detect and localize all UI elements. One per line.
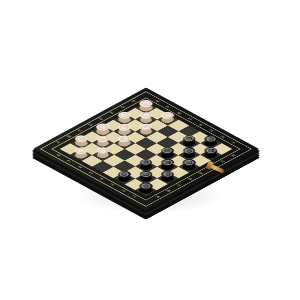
rank-label-left: 1 — [126, 192, 142, 201]
latch-arm — [210, 164, 224, 173]
rank-label-left: 6 — [72, 163, 88, 172]
file-label-bottom: C — [172, 181, 188, 190]
rank-label-left: 4 — [94, 175, 110, 184]
black-piece-top: ⛂ — [202, 134, 220, 144]
square-a1[interactable]: ⛂ — [135, 184, 157, 196]
rank-label-left: 3 — [105, 180, 121, 189]
black-checker-glyph: ⛂ — [202, 134, 220, 144]
checker-piece-black[interactable]: ⛂ — [157, 172, 179, 184]
rank-label-left: 8 — [51, 151, 67, 160]
rank-label-left: 2 — [116, 186, 132, 195]
square-c1[interactable]: ⛂ — [157, 172, 179, 184]
file-label-bottom: A — [150, 192, 166, 201]
file-label-bottom: B — [161, 187, 177, 196]
file-label-bottom: D — [183, 175, 199, 184]
file-label-bottom: H — [226, 151, 242, 160]
product-photo: ⛀⛀⛀⛀⛀⛀⛀⛀⛀⛀⛀⛀⛂⛂⛂⛂⛂⛂⛂⛂⛂⛂⛂⛂ AABBCCDDEEFFGGH… — [0, 0, 300, 300]
checker-piece-black[interactable]: ⛂ — [135, 184, 157, 196]
rank-label-left: 7 — [62, 157, 78, 166]
square-h5[interactable] — [168, 120, 190, 132]
rank-label-left: 5 — [83, 169, 99, 178]
